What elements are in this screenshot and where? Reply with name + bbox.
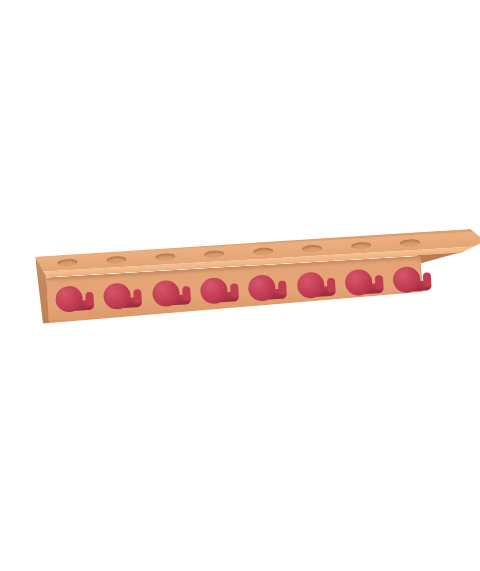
product-image-stage bbox=[0, 0, 480, 571]
coat-hook bbox=[151, 279, 195, 314]
coat-hook bbox=[103, 282, 147, 317]
hook-tip bbox=[326, 278, 335, 292]
shelf-hole bbox=[106, 256, 126, 264]
hook-tip bbox=[182, 286, 191, 300]
hook-tip bbox=[423, 272, 432, 286]
coat-hook bbox=[55, 284, 99, 319]
shelf-hole bbox=[351, 242, 371, 250]
hook-tip bbox=[133, 289, 142, 303]
coat-hook bbox=[248, 273, 292, 308]
hook-tip bbox=[85, 292, 94, 306]
shelf-hole bbox=[302, 244, 322, 252]
hook-tip bbox=[278, 281, 287, 295]
coat-hook bbox=[200, 276, 244, 311]
hook-tip bbox=[375, 275, 384, 289]
shelf-hole bbox=[155, 253, 175, 261]
hook-tip bbox=[230, 283, 239, 297]
shelf-hole bbox=[253, 247, 273, 255]
shelf-hole bbox=[57, 259, 77, 267]
shelf-hole bbox=[400, 239, 420, 247]
coat-rack-shelf bbox=[35, 228, 480, 326]
coat-hook bbox=[344, 268, 388, 303]
coat-hook bbox=[296, 271, 340, 306]
coat-hook bbox=[392, 265, 436, 300]
shelf-hole bbox=[204, 250, 224, 258]
